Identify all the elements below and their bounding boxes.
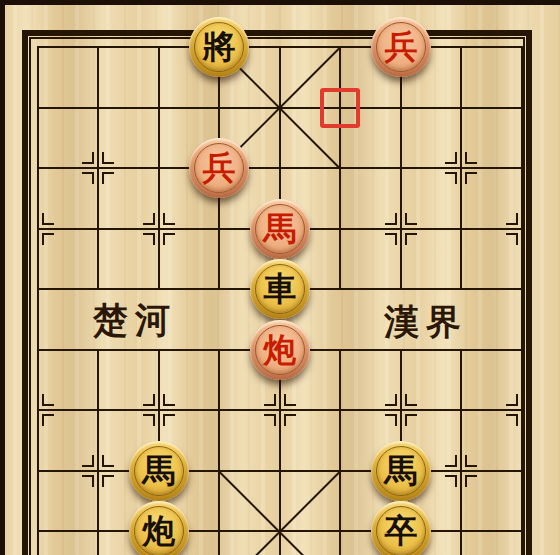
piece-black-general[interactable]: 將	[189, 17, 249, 77]
star-point	[384, 393, 418, 427]
river-label-right: 漢界	[384, 299, 468, 346]
piece-red-soldier[interactable]: 兵	[189, 138, 249, 198]
star-point	[505, 393, 539, 427]
star-point	[263, 393, 297, 427]
star-point	[21, 212, 55, 246]
piece-black-soldier[interactable]: 卒	[371, 501, 431, 555]
piece-black-cannon[interactable]: 炮	[129, 501, 189, 555]
piece-black-horse[interactable]: 馬	[371, 441, 431, 501]
star-point	[21, 393, 55, 427]
star-point	[444, 151, 478, 185]
piece-red-horse[interactable]: 馬	[250, 199, 310, 259]
top-border-strip	[0, 0, 560, 5]
star-point	[384, 212, 418, 246]
star-point	[444, 454, 478, 488]
piece-red-soldier[interactable]: 兵	[371, 17, 431, 77]
piece-black-horse[interactable]: 馬	[129, 441, 189, 501]
star-point	[142, 393, 176, 427]
star-point	[81, 454, 115, 488]
star-point	[505, 212, 539, 246]
river-label-left: 楚河	[93, 297, 177, 344]
left-border-strip	[0, 0, 5, 555]
star-point	[142, 212, 176, 246]
piece-black-chariot[interactable]: 車	[250, 259, 310, 319]
xiangqi-board[interactable]: 楚河 漢界 將兵兵馬車炮馬馬炮卒	[0, 0, 560, 555]
star-point	[81, 151, 115, 185]
piece-red-cannon[interactable]: 炮	[250, 320, 310, 380]
last-move-marker	[320, 88, 360, 128]
